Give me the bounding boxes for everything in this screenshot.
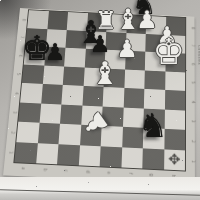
rank-label-left-4: 4	[10, 91, 20, 94]
rank-label-left-5: 5	[12, 72, 22, 75]
rank-label-right-4: 4	[186, 100, 196, 103]
rank-label-right-5: 5	[186, 81, 195, 84]
file-label-d: d	[85, 166, 92, 178]
rank-label-left-8: 8	[17, 18, 26, 21]
rank-label-left-3: 3	[8, 111, 18, 114]
corner-ornament-icon: ✥	[164, 149, 185, 171]
black-knight-g2[interactable]: ♞	[138, 109, 168, 142]
black-pawn-b6[interactable]: ♟	[45, 41, 66, 64]
chessboard-photo: ✥abcdefgh1122334455667788 chessex ♞♟♜♝♝♟…	[0, 0, 200, 200]
board-brand-text: chessex	[197, 45, 200, 65]
square-c1[interactable]	[57, 144, 80, 166]
square-b3[interactable]	[39, 103, 61, 124]
square-c6[interactable]	[64, 48, 85, 67]
rank-label-left-2: 2	[6, 130, 16, 133]
square-f1[interactable]	[121, 147, 143, 169]
square-a8[interactable]	[27, 10, 48, 29]
square-g5[interactable]	[144, 70, 165, 90]
rank-label-right-2: 2	[186, 139, 196, 142]
square-b1[interactable]	[36, 143, 59, 165]
square-a1[interactable]	[14, 142, 37, 164]
square-d1[interactable]	[78, 145, 100, 167]
white-pawn-f6[interactable]: ♟	[116, 37, 138, 61]
square-a4[interactable]	[20, 83, 42, 103]
white-bishop-f7[interactable]: ♝	[115, 6, 140, 34]
rank-label-right-3: 3	[186, 119, 196, 122]
black-pawn-d6[interactable]: ♟	[90, 33, 111, 56]
rank-label-right-7: 7	[187, 44, 196, 47]
square-h1[interactable]: ✥	[164, 149, 185, 171]
square-a3[interactable]	[18, 102, 40, 123]
square-h5[interactable]	[165, 71, 185, 91]
rank-label-right-6: 6	[187, 62, 196, 65]
white-king-h6[interactable]: ♚	[153, 34, 185, 70]
file-label-b: b	[42, 164, 49, 176]
square-b4[interactable]	[41, 84, 63, 104]
file-label-a: a	[20, 163, 27, 175]
square-c5[interactable]	[63, 66, 85, 86]
square-a2[interactable]	[16, 122, 39, 143]
table-edge-band	[0, 177, 200, 200]
square-f5[interactable]	[124, 69, 145, 89]
white-bishop-e5[interactable]: ♝	[91, 58, 119, 89]
square-e1[interactable]	[100, 146, 122, 168]
square-g1[interactable]	[142, 148, 164, 170]
rank-label-right-1: 1	[186, 159, 196, 163]
square-c4[interactable]	[61, 85, 83, 105]
file-label-c: c	[63, 165, 70, 177]
rank-label-right-8: 8	[187, 26, 196, 29]
square-b8[interactable]	[47, 11, 68, 30]
rank-label-left-1: 1	[4, 151, 14, 155]
square-b2[interactable]	[37, 123, 60, 144]
photo-dust-speckles	[0, 0, 1, 1]
